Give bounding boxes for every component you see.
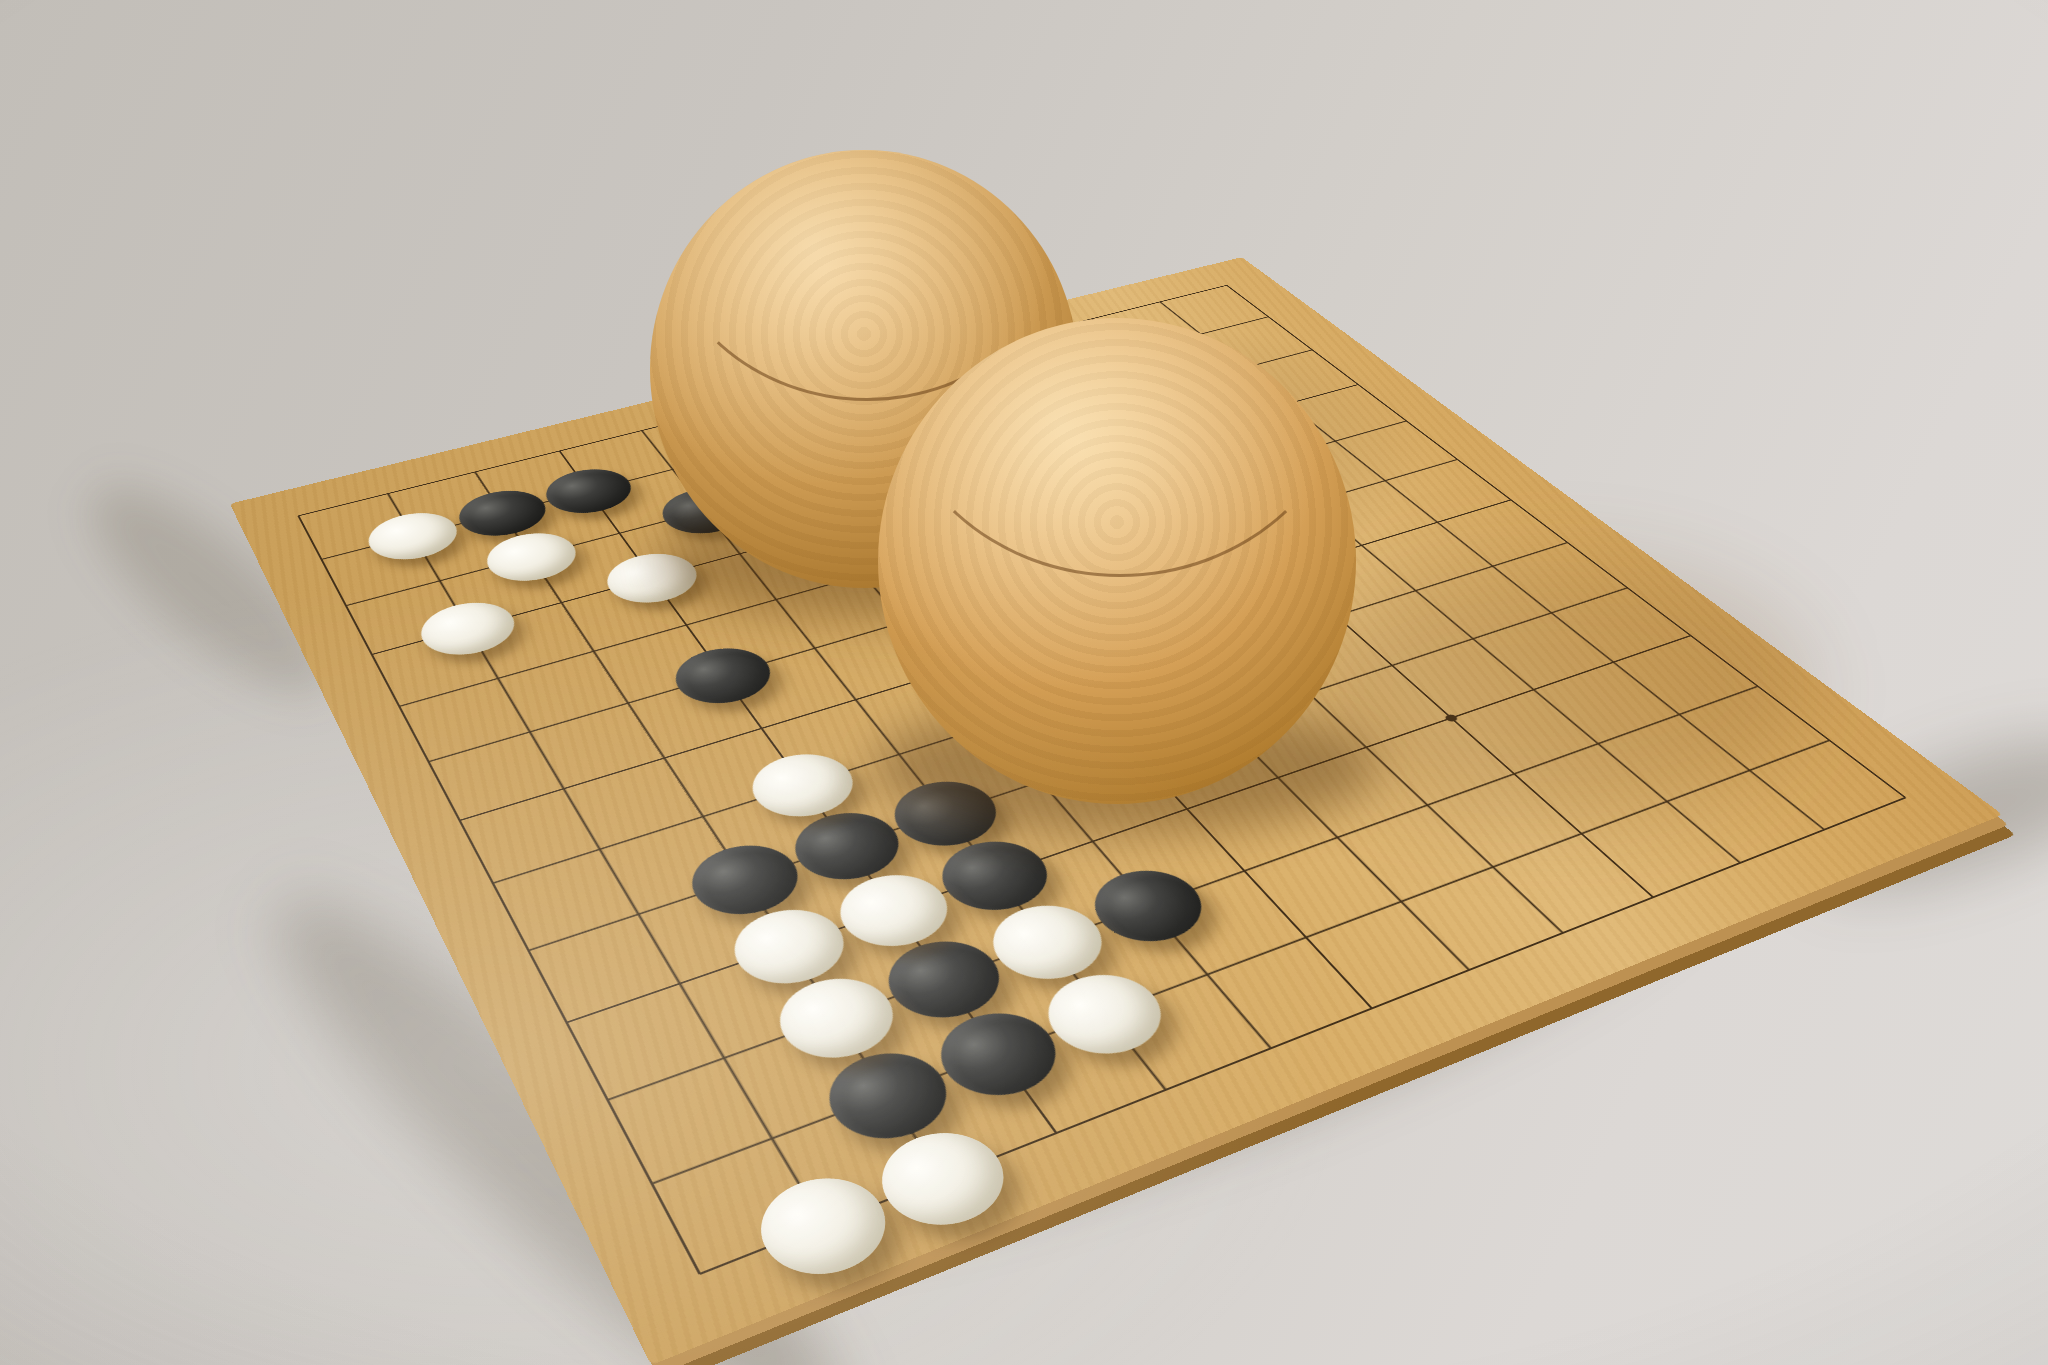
photo-scene bbox=[0, 0, 2048, 1365]
stone-bowl-front bbox=[878, 318, 1356, 804]
bowl-lid-seam bbox=[888, 153, 1353, 577]
